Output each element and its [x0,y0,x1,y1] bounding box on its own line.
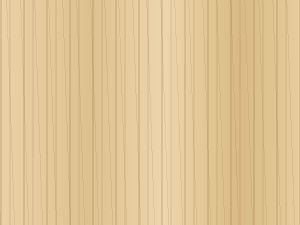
xiangqi-board[interactable] [0,0,300,225]
board-grid [0,0,300,225]
